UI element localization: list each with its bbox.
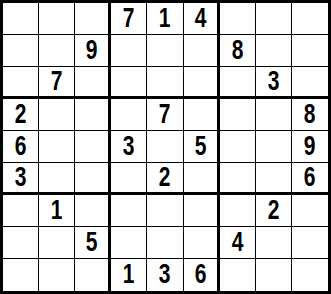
cell-r5c7[interactable] — [220, 131, 256, 163]
given-digit: 8 — [231, 37, 243, 65]
given-digit: 7 — [51, 68, 63, 96]
given-digit: 2 — [267, 197, 279, 225]
cell-r5c2[interactable] — [39, 131, 75, 163]
cell-r3c3[interactable] — [75, 67, 111, 99]
cell-r5c1[interactable]: 6 — [3, 131, 39, 163]
cell-r6c1[interactable]: 3 — [3, 163, 39, 195]
cell-r2c7[interactable]: 8 — [220, 35, 256, 67]
given-digit: 3 — [267, 68, 279, 96]
cell-r3c2[interactable]: 7 — [39, 67, 75, 99]
given-digit: 3 — [123, 133, 135, 161]
cell-r9c8[interactable] — [256, 259, 292, 291]
cell-r7c2[interactable]: 1 — [39, 195, 75, 227]
cell-r9c1[interactable] — [3, 259, 39, 291]
sudoku-puzzle: 714987327863593261254136 — [0, 0, 331, 294]
cell-r8c1[interactable] — [3, 227, 39, 259]
cell-r8c6[interactable] — [184, 227, 220, 259]
given-digit: 9 — [86, 37, 98, 65]
given-digit: 7 — [123, 5, 135, 33]
cell-r2c6[interactable] — [184, 35, 220, 67]
cell-r8c8[interactable] — [256, 227, 292, 259]
cell-r9c2[interactable] — [39, 259, 75, 291]
given-digit: 5 — [194, 133, 206, 161]
cell-r3c9[interactable] — [292, 67, 328, 99]
cell-r7c4[interactable] — [111, 195, 147, 227]
given-digit: 1 — [51, 197, 63, 225]
cell-r3c1[interactable] — [3, 67, 39, 99]
cell-r4c4[interactable] — [111, 99, 147, 131]
cell-r1c1[interactable] — [3, 3, 39, 35]
cell-r7c9[interactable] — [292, 195, 328, 227]
given-digit: 4 — [194, 5, 206, 33]
cell-r4c2[interactable] — [39, 99, 75, 131]
cell-r8c3[interactable]: 5 — [75, 227, 111, 259]
cell-r3c6[interactable] — [184, 67, 220, 99]
given-digit: 4 — [231, 229, 243, 257]
cell-r6c4[interactable] — [111, 163, 147, 195]
cell-r1c9[interactable] — [292, 3, 328, 35]
cell-r2c4[interactable] — [111, 35, 147, 67]
cell-r4c8[interactable] — [256, 99, 292, 131]
cell-r2c5[interactable] — [147, 35, 183, 67]
cell-r1c5[interactable]: 1 — [147, 3, 183, 35]
cell-r1c2[interactable] — [39, 3, 75, 35]
cell-r8c9[interactable] — [292, 227, 328, 259]
cell-r4c9[interactable]: 8 — [292, 99, 328, 131]
cell-r8c2[interactable] — [39, 227, 75, 259]
cell-r7c6[interactable] — [184, 195, 220, 227]
cell-r9c7[interactable] — [220, 259, 256, 291]
cell-r5c3[interactable] — [75, 131, 111, 163]
cell-r1c6[interactable]: 4 — [184, 3, 220, 35]
cell-r9c6[interactable]: 6 — [184, 259, 220, 291]
cell-r2c9[interactable] — [292, 35, 328, 67]
cell-r8c5[interactable] — [147, 227, 183, 259]
cell-r2c1[interactable] — [3, 35, 39, 67]
cell-r7c8[interactable]: 2 — [256, 195, 292, 227]
cell-r5c6[interactable]: 5 — [184, 131, 220, 163]
cell-r6c8[interactable] — [256, 163, 292, 195]
cell-r9c4[interactable]: 1 — [111, 259, 147, 291]
cell-r1c3[interactable] — [75, 3, 111, 35]
cell-r6c3[interactable] — [75, 163, 111, 195]
given-digit: 1 — [159, 5, 171, 33]
given-digit: 7 — [159, 101, 171, 129]
cell-r5c8[interactable] — [256, 131, 292, 163]
cell-r4c7[interactable] — [220, 99, 256, 131]
cell-r6c5[interactable]: 2 — [147, 163, 183, 195]
given-digit: 5 — [86, 229, 98, 257]
cell-r4c5[interactable]: 7 — [147, 99, 183, 131]
cell-r7c5[interactable] — [147, 195, 183, 227]
cell-r2c8[interactable] — [256, 35, 292, 67]
given-digit: 6 — [304, 164, 316, 192]
given-digit: 6 — [194, 261, 206, 289]
cell-r3c5[interactable] — [147, 67, 183, 99]
cell-r3c4[interactable] — [111, 67, 147, 99]
cell-r6c2[interactable] — [39, 163, 75, 195]
cell-r9c5[interactable]: 3 — [147, 259, 183, 291]
cell-r6c6[interactable] — [184, 163, 220, 195]
given-digit: 2 — [159, 164, 171, 192]
cell-r9c3[interactable] — [75, 259, 111, 291]
sudoku-board: 714987327863593261254136 — [0, 0, 331, 294]
cell-r1c4[interactable]: 7 — [111, 3, 147, 35]
cell-r5c9[interactable]: 9 — [292, 131, 328, 163]
cell-r4c1[interactable]: 2 — [3, 99, 39, 131]
cell-r2c2[interactable] — [39, 35, 75, 67]
cell-r3c8[interactable]: 3 — [256, 67, 292, 99]
given-digit: 8 — [304, 101, 316, 129]
given-digit: 2 — [15, 101, 27, 129]
cell-r7c7[interactable] — [220, 195, 256, 227]
cell-r5c5[interactable] — [147, 131, 183, 163]
cell-r4c3[interactable] — [75, 99, 111, 131]
given-digit: 3 — [159, 261, 171, 289]
cell-r2c3[interactable]: 9 — [75, 35, 111, 67]
cell-r1c7[interactable] — [220, 3, 256, 35]
cell-r5c4[interactable]: 3 — [111, 131, 147, 163]
cell-r6c7[interactable] — [220, 163, 256, 195]
cell-r7c1[interactable] — [3, 195, 39, 227]
given-digit: 1 — [123, 261, 135, 289]
given-digit: 9 — [304, 133, 316, 161]
given-digit: 3 — [15, 164, 27, 192]
cell-r8c4[interactable] — [111, 227, 147, 259]
cell-r1c8[interactable] — [256, 3, 292, 35]
cell-r7c3[interactable] — [75, 195, 111, 227]
cell-r3c7[interactable] — [220, 67, 256, 99]
cell-r8c7[interactable]: 4 — [220, 227, 256, 259]
cell-r9c9[interactable] — [292, 259, 328, 291]
given-digit: 6 — [15, 133, 27, 161]
cell-r6c9[interactable]: 6 — [292, 163, 328, 195]
cell-r4c6[interactable] — [184, 99, 220, 131]
